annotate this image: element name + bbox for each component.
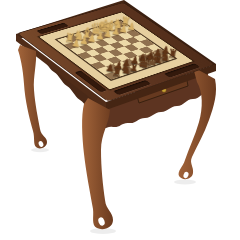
- white-pawn: ♟: [70, 38, 82, 50]
- black-rook: ♜: [111, 65, 124, 79]
- chessboard-grid: ♜♞♝♛♚♝♞♜♟♟♟♟♟♟♟♟♟♟♟♟♟♟♟♟♜♞♝♛♚♝♞♜: [57, 21, 174, 80]
- chess-table-photo: ♜♞♝♛♚♝♞♜♟♟♟♟♟♟♟♟♟♟♟♟♟♟♟♟♜♞♝♛♚♝♞♜: [0, 0, 240, 240]
- foot-shadow: [31, 148, 49, 152]
- chessboard-inlay-frame: ♜♞♝♛♚♝♞♜♟♟♟♟♟♟♟♟♟♟♟♟♟♟♟♟♜♞♝♛♚♝♞♜: [55, 19, 178, 81]
- board-square[interactable]: ♟: [97, 67, 112, 75]
- foot-shadow: [174, 179, 196, 184]
- board-square[interactable]: [124, 44, 139, 51]
